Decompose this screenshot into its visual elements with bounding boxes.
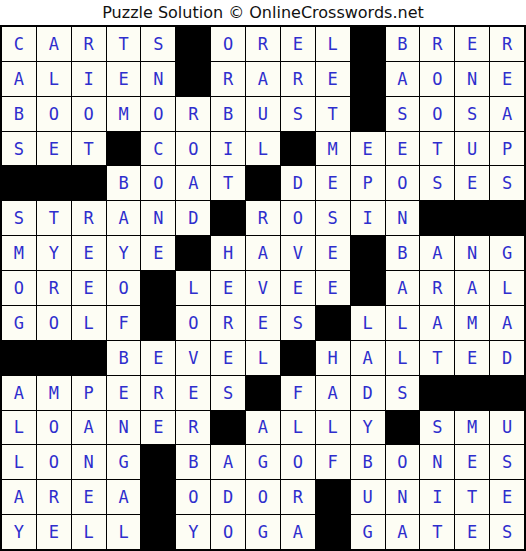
cell-r9c9: S (281, 306, 315, 340)
cell-r3c7: B (211, 97, 245, 131)
cell-r9c3: L (72, 306, 106, 340)
cell-r12c9: L (281, 411, 315, 445)
cell-r3c4: M (107, 97, 141, 131)
cell-r13c14: E (455, 445, 489, 479)
cell-r15c12: A (386, 515, 420, 549)
cell-r8c6: L (176, 271, 210, 305)
cell-r9c2: O (37, 306, 71, 340)
cell-r13c4: G (107, 445, 141, 479)
cell-r2c10: E (316, 62, 350, 96)
cell-r3c9: S (281, 97, 315, 131)
cell-r13c3: N (72, 445, 106, 479)
cell-r11c5: R (141, 376, 175, 410)
cell-r10c15: D (490, 341, 524, 375)
cell-r14c2: R (37, 480, 71, 514)
cell-r8c1: O (2, 271, 36, 305)
black-cell-r10c1 (2, 341, 36, 375)
cell-r7c2: Y (37, 236, 71, 270)
cell-r8c13: R (420, 271, 454, 305)
cell-r7c15: G (490, 236, 524, 270)
cell-r15c15: S (490, 515, 524, 549)
black-cell-r7c6 (176, 236, 210, 270)
cell-r12c8: A (246, 411, 280, 445)
cell-r7c14: N (455, 236, 489, 270)
cell-r11c7: S (211, 376, 245, 410)
cell-r14c9: R (281, 480, 315, 514)
cell-r15c3: L (72, 515, 106, 549)
cell-r10c6: V (176, 341, 210, 375)
cell-r12c13: S (420, 411, 454, 445)
cell-r8c2: R (37, 271, 71, 305)
black-cell-r5c3 (72, 166, 106, 200)
cell-r2c15: E (490, 62, 524, 96)
cell-r8c4: O (107, 271, 141, 305)
cell-r13c15: S (490, 445, 524, 479)
cell-r5c13: S (420, 166, 454, 200)
cell-r4c8: L (246, 132, 280, 166)
cell-r5c12: O (386, 166, 420, 200)
cell-r4c13: T (420, 132, 454, 166)
black-cell-r2c6 (176, 62, 210, 96)
cell-r1c1: C (2, 27, 36, 61)
cell-r12c4: N (107, 411, 141, 445)
cell-r9c6: O (176, 306, 210, 340)
cell-r15c2: E (37, 515, 71, 549)
cell-r12c3: A (72, 411, 106, 445)
black-cell-r11c13 (420, 376, 454, 410)
cell-r10c7: E (211, 341, 245, 375)
cell-r2c12: A (386, 62, 420, 96)
cell-r14c3: E (72, 480, 106, 514)
cell-r4c15: P (490, 132, 524, 166)
puzzle-solution-page: Puzzle Solution © OnlineCrosswords.net C… (0, 0, 526, 551)
black-cell-r4c9 (281, 132, 315, 166)
cell-r4c10: M (316, 132, 350, 166)
black-cell-r6c7 (211, 201, 245, 235)
cell-r11c2: M (37, 376, 71, 410)
black-cell-r11c8 (246, 376, 280, 410)
cell-r1c12: B (386, 27, 420, 61)
cell-r15c7: O (211, 515, 245, 549)
cell-r11c9: F (281, 376, 315, 410)
black-cell-r13c5 (141, 445, 175, 479)
cell-r9c7: R (211, 306, 245, 340)
cell-r6c3: R (72, 201, 106, 235)
cell-r10c5: E (141, 341, 175, 375)
black-cell-r3c11 (351, 97, 385, 131)
cell-r6c5: N (141, 201, 175, 235)
cell-r3c2: O (37, 97, 71, 131)
cell-r1c5: S (141, 27, 175, 61)
cell-r4c5: C (141, 132, 175, 166)
black-cell-r9c10 (316, 306, 350, 340)
cell-r3c6: R (176, 97, 210, 131)
black-cell-r9c5 (141, 306, 175, 340)
cell-r3c14: S (455, 97, 489, 131)
cell-r8c12: A (386, 271, 420, 305)
cell-r2c5: N (141, 62, 175, 96)
cell-r13c12: O (386, 445, 420, 479)
cell-r14c6: O (176, 480, 210, 514)
cell-r1c3: R (72, 27, 106, 61)
cell-r4c14: U (455, 132, 489, 166)
cell-r6c9: O (281, 201, 315, 235)
cell-r13c10: F (316, 445, 350, 479)
black-cell-r10c2 (37, 341, 71, 375)
cell-r15c13: T (420, 515, 454, 549)
cell-r15c11: G (351, 515, 385, 549)
black-cell-r5c2 (37, 166, 71, 200)
cell-r7c5: E (141, 236, 175, 270)
cell-r5c10: E (316, 166, 350, 200)
cell-r1c15: R (490, 27, 524, 61)
cell-r13c8: G (246, 445, 280, 479)
cell-r10c13: T (420, 341, 454, 375)
cell-r2c7: R (211, 62, 245, 96)
cell-r5c5: O (141, 166, 175, 200)
cell-r10c10: H (316, 341, 350, 375)
cell-r15c6: Y (176, 515, 210, 549)
cell-r1c2: A (37, 27, 71, 61)
cell-r3c1: B (2, 97, 36, 131)
cell-r10c4: B (107, 341, 141, 375)
cell-r8c8: V (246, 271, 280, 305)
cell-r12c14: M (455, 411, 489, 445)
black-cell-r1c11 (351, 27, 385, 61)
cell-r9c4: F (107, 306, 141, 340)
cell-r2c1: A (2, 62, 36, 96)
cell-r11c11: D (351, 376, 385, 410)
black-cell-r14c5 (141, 480, 175, 514)
cell-r2c8: A (246, 62, 280, 96)
cell-r5c11: P (351, 166, 385, 200)
cell-r6c4: A (107, 201, 141, 235)
cell-r1c10: L (316, 27, 350, 61)
cell-r6c11: I (351, 201, 385, 235)
cell-r15c9: A (281, 515, 315, 549)
cell-r1c13: R (420, 27, 454, 61)
cell-r5c14: E (455, 166, 489, 200)
cell-r14c4: A (107, 480, 141, 514)
cell-r9c1: G (2, 306, 36, 340)
cell-r13c6: B (176, 445, 210, 479)
cell-r12c11: Y (351, 411, 385, 445)
cell-r6c8: R (246, 201, 280, 235)
cell-r4c6: O (176, 132, 210, 166)
cell-r11c10: A (316, 376, 350, 410)
cell-r11c6: E (176, 376, 210, 410)
cell-r2c2: L (37, 62, 71, 96)
black-cell-r12c12 (386, 411, 420, 445)
cell-r8c9: E (281, 271, 315, 305)
black-cell-r14c10 (316, 480, 350, 514)
cell-r5c4: B (107, 166, 141, 200)
cell-r3c3: O (72, 97, 106, 131)
black-cell-r7c11 (351, 236, 385, 270)
cell-r11c3: P (72, 376, 106, 410)
cell-r12c15: U (490, 411, 524, 445)
cell-r15c4: L (107, 515, 141, 549)
cell-r12c10: L (316, 411, 350, 445)
cell-r11c4: E (107, 376, 141, 410)
black-cell-r6c15 (490, 201, 524, 235)
cell-r9c11: L (351, 306, 385, 340)
cell-r4c12: E (386, 132, 420, 166)
cell-r7c8: A (246, 236, 280, 270)
cell-r14c13: I (420, 480, 454, 514)
black-cell-r6c14 (455, 201, 489, 235)
cell-r2c3: I (72, 62, 106, 96)
cell-r5c15: S (490, 166, 524, 200)
cell-r15c8: G (246, 515, 280, 549)
cell-r13c9: O (281, 445, 315, 479)
cell-r1c7: O (211, 27, 245, 61)
cell-r12c2: O (37, 411, 71, 445)
cell-r14c14: T (455, 480, 489, 514)
cell-r12c5: E (141, 411, 175, 445)
black-cell-r8c11 (351, 271, 385, 305)
cell-r7c4: Y (107, 236, 141, 270)
cell-r14c15: E (490, 480, 524, 514)
black-cell-r10c3 (72, 341, 106, 375)
cell-r7c13: A (420, 236, 454, 270)
cell-r7c10: E (316, 236, 350, 270)
cell-r9c14: M (455, 306, 489, 340)
cell-r4c11: E (351, 132, 385, 166)
cell-r10c8: L (246, 341, 280, 375)
cell-r14c12: N (386, 480, 420, 514)
black-cell-r15c5 (141, 515, 175, 549)
cell-r1c8: R (246, 27, 280, 61)
cell-r3c13: O (420, 97, 454, 131)
cell-r8c3: E (72, 271, 106, 305)
cell-r15c14: E (455, 515, 489, 549)
cell-r10c14: E (455, 341, 489, 375)
cell-r3c8: U (246, 97, 280, 131)
cell-r10c11: A (351, 341, 385, 375)
page-title: Puzzle Solution © OnlineCrosswords.net (0, 0, 526, 25)
cell-r4c2: E (37, 132, 71, 166)
cell-r11c12: S (386, 376, 420, 410)
cell-r14c1: A (2, 480, 36, 514)
black-cell-r15c10 (316, 515, 350, 549)
cell-r3c15: A (490, 97, 524, 131)
cell-r1c14: E (455, 27, 489, 61)
cell-r7c12: B (386, 236, 420, 270)
cell-r4c1: S (2, 132, 36, 166)
cell-r14c7: D (211, 480, 245, 514)
cell-r13c11: B (351, 445, 385, 479)
cell-r7c1: M (2, 236, 36, 270)
cell-r4c3: T (72, 132, 106, 166)
cell-r2c13: O (420, 62, 454, 96)
cell-r13c2: O (37, 445, 71, 479)
black-cell-r11c14 (455, 376, 489, 410)
cell-r4c7: I (211, 132, 245, 166)
cell-r8c10: E (316, 271, 350, 305)
black-cell-r4c4 (107, 132, 141, 166)
cell-r5c7: T (211, 166, 245, 200)
cell-r6c2: T (37, 201, 71, 235)
cell-r8c15: L (490, 271, 524, 305)
cell-r10c12: L (386, 341, 420, 375)
cell-r12c6: R (176, 411, 210, 445)
cell-r9c15: A (490, 306, 524, 340)
cell-r8c7: E (211, 271, 245, 305)
black-cell-r5c8 (246, 166, 280, 200)
cell-r3c10: T (316, 97, 350, 131)
cell-r9c13: A (420, 306, 454, 340)
cell-r6c12: N (386, 201, 420, 235)
cell-r6c1: S (2, 201, 36, 235)
cell-r2c4: E (107, 62, 141, 96)
cell-r2c9: R (281, 62, 315, 96)
black-cell-r10c9 (281, 341, 315, 375)
cell-r11c1: A (2, 376, 36, 410)
cell-r3c5: O (141, 97, 175, 131)
cell-r8c14: A (455, 271, 489, 305)
cell-r9c12: L (386, 306, 420, 340)
cell-r13c13: N (420, 445, 454, 479)
black-cell-r8c5 (141, 271, 175, 305)
black-cell-r6c13 (420, 201, 454, 235)
black-cell-r11c15 (490, 376, 524, 410)
cell-r1c4: T (107, 27, 141, 61)
black-cell-r5c1 (2, 166, 36, 200)
crossword-grid: CARTSORELBRERALIENRAREAONEBOOMORBUSTSOSA… (0, 25, 526, 551)
cell-r3c12: S (386, 97, 420, 131)
cell-r1c9: E (281, 27, 315, 61)
cell-r13c7: A (211, 445, 245, 479)
cell-r13c1: L (2, 445, 36, 479)
cell-r5c6: A (176, 166, 210, 200)
cell-r7c7: H (211, 236, 245, 270)
cell-r9c8: E (246, 306, 280, 340)
black-cell-r1c6 (176, 27, 210, 61)
cell-r12c1: L (2, 411, 36, 445)
cell-r15c1: Y (2, 515, 36, 549)
cell-r6c10: S (316, 201, 350, 235)
cell-r2c14: N (455, 62, 489, 96)
black-cell-r12c7 (211, 411, 245, 445)
black-cell-r2c11 (351, 62, 385, 96)
cell-r14c8: O (246, 480, 280, 514)
cell-r14c11: U (351, 480, 385, 514)
cell-r7c3: E (72, 236, 106, 270)
cell-r5c9: D (281, 166, 315, 200)
cell-r6c6: D (176, 201, 210, 235)
cell-r7c9: V (281, 236, 315, 270)
